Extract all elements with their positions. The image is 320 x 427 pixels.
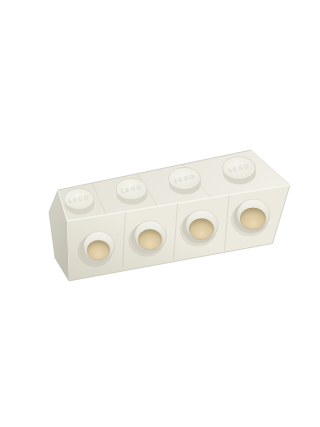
side-stud-hole	[138, 229, 162, 249]
lego-brick-illustration: LEGO LEGO LEGO LEGO	[0, 0, 320, 427]
top-stud: LEGO	[223, 157, 257, 185]
side-stud-hole	[87, 240, 110, 260]
top-stud: LEGO	[169, 167, 202, 194]
top-stud: LEGO	[116, 178, 148, 205]
side-stud-hole	[240, 208, 266, 230]
product-photo: LEGO LEGO LEGO LEGO	[0, 0, 320, 427]
top-stud: LEGO	[64, 189, 95, 215]
side-stud-hole	[189, 219, 214, 240]
